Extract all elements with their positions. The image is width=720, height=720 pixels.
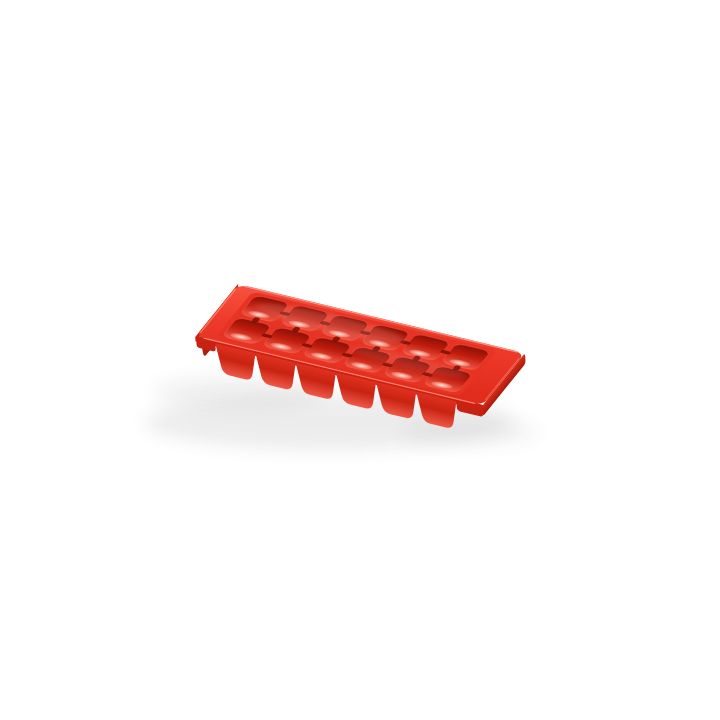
shadow-left bbox=[153, 376, 323, 408]
shadow-right bbox=[400, 419, 540, 445]
product-photo bbox=[0, 0, 720, 720]
ice-cube-tray-image bbox=[0, 0, 720, 720]
